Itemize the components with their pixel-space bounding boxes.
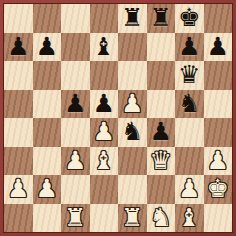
square-a8[interactable] (4, 4, 33, 33)
piece-white-pawn[interactable]: ♟ (90, 118, 119, 147)
square-g3[interactable] (175, 147, 204, 176)
square-f3[interactable]: ♛ (147, 147, 176, 176)
square-d5[interactable]: ♟ (90, 90, 119, 119)
piece-white-pawn[interactable]: ♟ (118, 90, 147, 119)
square-g4[interactable] (175, 118, 204, 147)
square-f2[interactable] (147, 175, 176, 204)
square-b1[interactable] (33, 204, 62, 233)
piece-black-pawn[interactable]: ♟ (147, 118, 176, 147)
piece-white-king[interactable]: ♚ (204, 175, 233, 204)
square-d2[interactable] (90, 175, 119, 204)
square-f1[interactable]: ♞ (147, 204, 176, 233)
square-f7[interactable] (147, 33, 176, 62)
square-c1[interactable]: ♜ (61, 204, 90, 233)
square-b8[interactable] (33, 4, 62, 33)
piece-white-knight[interactable]: ♞ (147, 204, 176, 233)
piece-black-pawn[interactable]: ♟ (61, 90, 90, 119)
square-a2[interactable]: ♟ (4, 175, 33, 204)
square-h1[interactable] (204, 204, 233, 233)
piece-white-pawn[interactable]: ♟ (204, 147, 233, 176)
square-f4[interactable]: ♟ (147, 118, 176, 147)
square-g7[interactable]: ♟ (175, 33, 204, 62)
square-c2[interactable] (61, 175, 90, 204)
square-b6[interactable] (33, 61, 62, 90)
piece-white-queen[interactable]: ♛ (147, 147, 176, 176)
piece-white-rook[interactable]: ♜ (61, 204, 90, 233)
square-g1[interactable]: ♝ (175, 204, 204, 233)
square-b3[interactable] (33, 147, 62, 176)
square-e8[interactable]: ♜ (118, 4, 147, 33)
square-b5[interactable] (33, 90, 62, 119)
square-h4[interactable] (204, 118, 233, 147)
piece-black-rook[interactable]: ♜ (118, 4, 147, 33)
piece-black-king[interactable]: ♚ (175, 4, 204, 33)
chess-board: ♜♜♚♟♟♝♟♟♛♟♟♟♞♟♞♟♟♝♛♟♟♟♟♚♜♜♞♝ (4, 4, 232, 232)
square-f5[interactable] (147, 90, 176, 119)
square-e5[interactable]: ♟ (118, 90, 147, 119)
piece-black-bishop[interactable]: ♝ (90, 33, 119, 62)
square-c7[interactable] (61, 33, 90, 62)
square-g5[interactable]: ♞ (175, 90, 204, 119)
square-a1[interactable] (4, 204, 33, 233)
piece-white-pawn[interactable]: ♟ (175, 175, 204, 204)
square-c4[interactable] (61, 118, 90, 147)
piece-black-pawn[interactable]: ♟ (175, 33, 204, 62)
square-h6[interactable] (204, 61, 233, 90)
square-c6[interactable] (61, 61, 90, 90)
square-e7[interactable] (118, 33, 147, 62)
square-f6[interactable] (147, 61, 176, 90)
piece-black-knight[interactable]: ♞ (175, 90, 204, 119)
square-b7[interactable]: ♟ (33, 33, 62, 62)
chess-board-frame: ♜♜♚♟♟♝♟♟♛♟♟♟♞♟♞♟♟♝♛♟♟♟♟♚♜♜♞♝ (0, 0, 236, 236)
square-c3[interactable]: ♟ (61, 147, 90, 176)
square-a7[interactable]: ♟ (4, 33, 33, 62)
square-g8[interactable]: ♚ (175, 4, 204, 33)
square-d7[interactable]: ♝ (90, 33, 119, 62)
piece-black-pawn[interactable]: ♟ (90, 90, 119, 119)
piece-white-bishop[interactable]: ♝ (175, 204, 204, 233)
square-g2[interactable]: ♟ (175, 175, 204, 204)
piece-black-knight[interactable]: ♞ (118, 118, 147, 147)
piece-black-pawn[interactable]: ♟ (204, 33, 233, 62)
square-d4[interactable]: ♟ (90, 118, 119, 147)
piece-white-bishop[interactable]: ♝ (90, 147, 119, 176)
piece-white-pawn[interactable]: ♟ (61, 147, 90, 176)
square-h8[interactable] (204, 4, 233, 33)
square-h3[interactable]: ♟ (204, 147, 233, 176)
square-c5[interactable]: ♟ (61, 90, 90, 119)
piece-white-pawn[interactable]: ♟ (4, 175, 33, 204)
piece-black-pawn[interactable]: ♟ (33, 33, 62, 62)
square-f8[interactable]: ♜ (147, 4, 176, 33)
square-d1[interactable] (90, 204, 119, 233)
square-a5[interactable] (4, 90, 33, 119)
square-a6[interactable] (4, 61, 33, 90)
piece-white-rook[interactable]: ♜ (118, 204, 147, 233)
piece-black-pawn[interactable]: ♟ (4, 33, 33, 62)
square-e6[interactable] (118, 61, 147, 90)
square-c8[interactable] (61, 4, 90, 33)
square-d6[interactable] (90, 61, 119, 90)
square-h2[interactable]: ♚ (204, 175, 233, 204)
piece-white-pawn[interactable]: ♟ (33, 175, 62, 204)
square-h7[interactable]: ♟ (204, 33, 233, 62)
square-g6[interactable]: ♛ (175, 61, 204, 90)
square-d3[interactable]: ♝ (90, 147, 119, 176)
square-a3[interactable] (4, 147, 33, 176)
square-e2[interactable] (118, 175, 147, 204)
square-e4[interactable]: ♞ (118, 118, 147, 147)
square-b4[interactable] (33, 118, 62, 147)
piece-black-queen[interactable]: ♛ (175, 61, 204, 90)
square-e3[interactable] (118, 147, 147, 176)
square-b2[interactable]: ♟ (33, 175, 62, 204)
square-e1[interactable]: ♜ (118, 204, 147, 233)
square-d8[interactable] (90, 4, 119, 33)
square-h5[interactable] (204, 90, 233, 119)
piece-black-rook[interactable]: ♜ (147, 4, 176, 33)
square-a4[interactable] (4, 118, 33, 147)
